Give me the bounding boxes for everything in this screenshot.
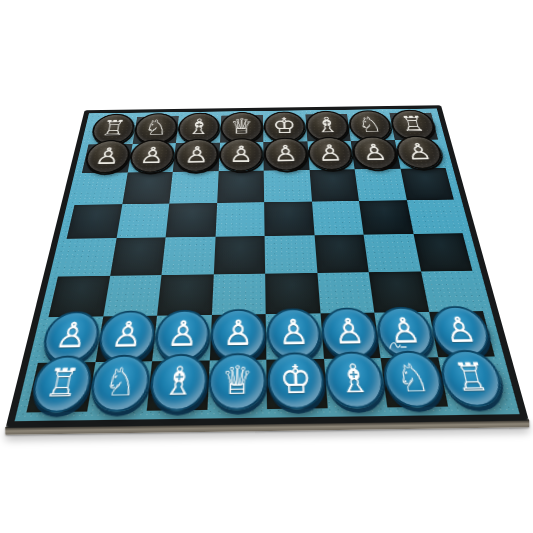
- square-g6[interactable]: [355, 169, 407, 201]
- black-pawn-g7[interactable]: ♙: [351, 136, 400, 170]
- square-d4[interactable]: [213, 236, 265, 274]
- square-f7[interactable]: ♙: [307, 141, 355, 170]
- black-pawn-d7[interactable]: ♙: [219, 138, 264, 172]
- white-bishop-icon: ♗: [337, 359, 373, 398]
- square-b5[interactable]: [116, 203, 169, 238]
- square-a1[interactable]: ♖: [26, 362, 95, 413]
- black-pawn-a7[interactable]: ♙: [82, 140, 132, 174]
- black-pawn-icon: ♙: [404, 140, 433, 163]
- black-knight-icon: ♘: [143, 117, 169, 138]
- white-bishop-c1[interactable]: ♗: [147, 354, 209, 412]
- white-bishop-f1[interactable]: ♗: [323, 351, 386, 409]
- black-pawn-icon: ♙: [138, 144, 165, 167]
- white-pawn-icon: ♙: [278, 315, 310, 351]
- white-king-e1[interactable]: ♔: [267, 352, 327, 410]
- square-f1[interactable]: ♗: [323, 358, 387, 409]
- black-pawn-icon: ♙: [273, 142, 298, 165]
- chess-board: ♖♘♗♕♔♗♘♖♙♙♙♙♙♙♙♙♙♙♙♙♙♙♙♙♖♘♗♕♔♗♘♖: [6, 105, 529, 428]
- square-c6[interactable]: [169, 171, 218, 203]
- square-e7[interactable]: ♙: [263, 141, 309, 170]
- white-knight-icon: ♘: [394, 359, 432, 398]
- square-g7[interactable]: ♙: [351, 140, 400, 169]
- black-pawn-b7[interactable]: ♙: [128, 139, 176, 173]
- square-f5[interactable]: [312, 201, 364, 236]
- square-b1[interactable]: ♘: [87, 361, 153, 412]
- white-bishop-icon: ♗: [161, 362, 196, 402]
- artist-signature-mark: [388, 338, 408, 352]
- square-f4[interactable]: [314, 235, 369, 273]
- black-pawn-icon: ♙: [93, 145, 122, 168]
- square-d5[interactable]: [215, 202, 264, 237]
- white-queen-icon: ♕: [221, 361, 253, 400]
- square-e6[interactable]: [264, 170, 312, 202]
- photo-background: ♖♘♗♕♔♗♘♖♙♙♙♙♙♙♙♙♙♙♙♙♙♙♙♙♖♘♗♕♔♗♘♖: [0, 0, 533, 533]
- square-e1[interactable]: ♔: [266, 358, 327, 409]
- white-pawn-icon: ♙: [333, 314, 367, 350]
- black-pawn-icon: ♙: [184, 143, 210, 166]
- white-rook-icon: ♖: [451, 358, 492, 397]
- white-pawn-icon: ♙: [441, 313, 479, 349]
- black-bishop-icon: ♗: [315, 115, 340, 136]
- white-pawn-icon: ♙: [53, 318, 90, 354]
- white-knight-icon: ♘: [102, 363, 139, 403]
- black-bishop-icon: ♗: [186, 117, 211, 138]
- square-e5[interactable]: [264, 201, 314, 236]
- black-pawn-icon: ♙: [229, 143, 254, 166]
- square-a7[interactable]: ♙: [82, 144, 132, 174]
- square-g5[interactable]: [359, 200, 413, 235]
- square-a6[interactable]: [75, 172, 128, 204]
- black-pawn-h7[interactable]: ♙: [394, 136, 445, 170]
- square-h4[interactable]: [413, 233, 472, 271]
- board-tilt-wrapper: ♖♘♗♕♔♗♘♖♙♙♙♙♙♙♙♙♙♙♙♙♙♙♙♙♖♘♗♕♔♗♘♖: [0, 0, 533, 533]
- chess-board-squares: ♖♘♗♕♔♗♘♖♙♙♙♙♙♙♙♙♙♙♙♙♙♙♙♙♖♘♗♕♔♗♘♖: [26, 113, 507, 413]
- black-pawn-f7[interactable]: ♙: [307, 137, 354, 171]
- white-knight-b1[interactable]: ♘: [87, 355, 152, 413]
- black-pawn-c7[interactable]: ♙: [173, 139, 219, 173]
- square-h6[interactable]: [400, 168, 454, 200]
- black-pawn-e7[interactable]: ♙: [264, 137, 309, 171]
- black-pawn-icon: ♙: [361, 141, 389, 164]
- square-d7[interactable]: ♙: [218, 142, 263, 172]
- black-pawn-icon: ♙: [317, 142, 344, 165]
- white-pawn-icon: ♙: [109, 317, 144, 353]
- white-rook-a1[interactable]: ♖: [27, 355, 96, 413]
- square-b4[interactable]: [110, 237, 166, 275]
- white-pawn-icon: ♙: [223, 316, 254, 352]
- black-rook-icon: ♖: [399, 114, 427, 135]
- square-d1[interactable]: ♕: [207, 359, 267, 410]
- square-f6[interactable]: [309, 169, 359, 201]
- square-g4[interactable]: [364, 234, 421, 272]
- white-pawn-icon: ♙: [166, 316, 199, 352]
- square-a5[interactable]: [67, 204, 122, 239]
- white-king-icon: ♔: [279, 360, 312, 399]
- square-c4[interactable]: [162, 237, 216, 275]
- square-h1[interactable]: ♖: [438, 356, 508, 407]
- square-h5[interactable]: [406, 199, 462, 234]
- square-g1[interactable]: ♘: [380, 357, 447, 408]
- square-e4[interactable]: [265, 235, 317, 273]
- black-queen-icon: ♕: [230, 116, 254, 137]
- white-knight-g1[interactable]: ♘: [380, 351, 447, 409]
- black-knight-icon: ♘: [357, 114, 384, 135]
- white-rook-h1[interactable]: ♖: [437, 350, 507, 408]
- square-c7[interactable]: ♙: [173, 142, 220, 172]
- square-c1[interactable]: ♗: [147, 360, 210, 411]
- square-d6[interactable]: [217, 171, 264, 203]
- square-b6[interactable]: [122, 172, 173, 204]
- square-c5[interactable]: [166, 203, 217, 238]
- black-king-icon: ♔: [273, 115, 297, 136]
- white-queen-d1[interactable]: ♕: [207, 353, 266, 411]
- square-a4[interactable]: [58, 238, 116, 276]
- black-rook-icon: ♖: [100, 118, 127, 139]
- white-rook-icon: ♖: [42, 363, 82, 403]
- square-b7[interactable]: ♙: [127, 143, 176, 173]
- square-h7[interactable]: ♙: [394, 139, 445, 168]
